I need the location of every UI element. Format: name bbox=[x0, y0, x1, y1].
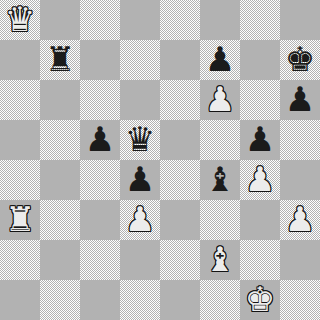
square-e2[interactable] bbox=[160, 240, 200, 280]
square-c8[interactable] bbox=[80, 0, 120, 40]
square-h4[interactable] bbox=[280, 160, 320, 200]
square-e6[interactable] bbox=[160, 80, 200, 120]
square-h7[interactable]: ♚ bbox=[280, 40, 320, 80]
white-king[interactable]: ♚ bbox=[245, 282, 275, 316]
square-b2[interactable] bbox=[40, 240, 80, 280]
black-pawn[interactable]: ♟ bbox=[245, 122, 275, 156]
square-g7[interactable] bbox=[240, 40, 280, 80]
square-g3[interactable] bbox=[240, 200, 280, 240]
black-bishop[interactable]: ♝ bbox=[205, 162, 235, 196]
square-g4[interactable]: ♟ bbox=[240, 160, 280, 200]
square-a3[interactable]: ♜ bbox=[0, 200, 40, 240]
square-c6[interactable] bbox=[80, 80, 120, 120]
square-g6[interactable] bbox=[240, 80, 280, 120]
square-a2[interactable] bbox=[0, 240, 40, 280]
white-rook[interactable]: ♜ bbox=[5, 202, 35, 236]
square-e8[interactable] bbox=[160, 0, 200, 40]
black-pawn[interactable]: ♟ bbox=[205, 42, 235, 76]
square-c1[interactable] bbox=[80, 280, 120, 320]
square-e4[interactable] bbox=[160, 160, 200, 200]
black-pawn[interactable]: ♟ bbox=[85, 122, 115, 156]
square-d2[interactable] bbox=[120, 240, 160, 280]
square-d5[interactable]: ♛ bbox=[120, 120, 160, 160]
square-b6[interactable] bbox=[40, 80, 80, 120]
square-f1[interactable] bbox=[200, 280, 240, 320]
white-pawn[interactable]: ♟ bbox=[285, 202, 315, 236]
square-g5[interactable]: ♟ bbox=[240, 120, 280, 160]
square-d4[interactable]: ♟ bbox=[120, 160, 160, 200]
white-bishop[interactable]: ♝ bbox=[205, 242, 235, 276]
square-c3[interactable] bbox=[80, 200, 120, 240]
square-g1[interactable]: ♚ bbox=[240, 280, 280, 320]
square-f2[interactable]: ♝ bbox=[200, 240, 240, 280]
square-h5[interactable] bbox=[280, 120, 320, 160]
square-a7[interactable] bbox=[0, 40, 40, 80]
square-f5[interactable] bbox=[200, 120, 240, 160]
square-d3[interactable]: ♟ bbox=[120, 200, 160, 240]
square-h2[interactable] bbox=[280, 240, 320, 280]
square-e7[interactable] bbox=[160, 40, 200, 80]
white-pawn[interactable]: ♟ bbox=[125, 202, 155, 236]
square-f8[interactable] bbox=[200, 0, 240, 40]
square-b1[interactable] bbox=[40, 280, 80, 320]
square-a1[interactable] bbox=[0, 280, 40, 320]
square-f4[interactable]: ♝ bbox=[200, 160, 240, 200]
square-c4[interactable] bbox=[80, 160, 120, 200]
square-c7[interactable] bbox=[80, 40, 120, 80]
square-a4[interactable] bbox=[0, 160, 40, 200]
white-pawn[interactable]: ♟ bbox=[205, 82, 235, 116]
square-a6[interactable] bbox=[0, 80, 40, 120]
square-d1[interactable] bbox=[120, 280, 160, 320]
square-a8[interactable]: ♛ bbox=[0, 0, 40, 40]
white-queen[interactable]: ♛ bbox=[5, 2, 35, 36]
square-b7[interactable]: ♜ bbox=[40, 40, 80, 80]
square-h1[interactable] bbox=[280, 280, 320, 320]
square-a5[interactable] bbox=[0, 120, 40, 160]
black-pawn[interactable]: ♟ bbox=[125, 162, 155, 196]
square-d8[interactable] bbox=[120, 0, 160, 40]
square-c2[interactable] bbox=[80, 240, 120, 280]
square-b4[interactable] bbox=[40, 160, 80, 200]
square-f7[interactable]: ♟ bbox=[200, 40, 240, 80]
square-e1[interactable] bbox=[160, 280, 200, 320]
square-c5[interactable]: ♟ bbox=[80, 120, 120, 160]
square-g8[interactable] bbox=[240, 0, 280, 40]
square-h6[interactable]: ♟ bbox=[280, 80, 320, 120]
square-d7[interactable] bbox=[120, 40, 160, 80]
square-h3[interactable]: ♟ bbox=[280, 200, 320, 240]
chess-board: ♛♜♟♚♟♟♟♛♟♟♝♟♜♟♟♝♚ bbox=[0, 0, 320, 320]
square-d6[interactable] bbox=[120, 80, 160, 120]
square-e3[interactable] bbox=[160, 200, 200, 240]
black-queen[interactable]: ♛ bbox=[125, 122, 155, 156]
square-f6[interactable]: ♟ bbox=[200, 80, 240, 120]
black-rook[interactable]: ♜ bbox=[45, 42, 75, 76]
black-king[interactable]: ♚ bbox=[285, 42, 315, 76]
square-g2[interactable] bbox=[240, 240, 280, 280]
square-f3[interactable] bbox=[200, 200, 240, 240]
square-h8[interactable] bbox=[280, 0, 320, 40]
square-b8[interactable] bbox=[40, 0, 80, 40]
white-pawn[interactable]: ♟ bbox=[245, 162, 275, 196]
square-e5[interactable] bbox=[160, 120, 200, 160]
black-pawn[interactable]: ♟ bbox=[285, 82, 315, 116]
square-b3[interactable] bbox=[40, 200, 80, 240]
square-b5[interactable] bbox=[40, 120, 80, 160]
